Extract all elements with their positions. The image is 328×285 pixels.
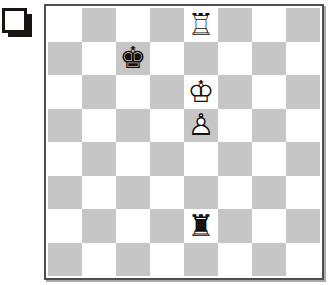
square-g3[interactable] (252, 176, 286, 210)
square-f6[interactable] (218, 75, 252, 109)
icon-white-square (2, 8, 27, 33)
square-h5[interactable] (286, 109, 320, 143)
square-a6[interactable] (48, 75, 82, 109)
square-h6[interactable] (286, 75, 320, 109)
square-d1[interactable] (150, 243, 184, 277)
square-e4[interactable] (184, 142, 218, 176)
square-b4[interactable] (82, 142, 116, 176)
square-a7[interactable] (48, 42, 82, 76)
chess-board-grid[interactable]: ♜♖♚♚♔♟♙♜ (48, 8, 320, 276)
square-e1[interactable] (184, 243, 218, 277)
white-rook-outline: ♖ (184, 8, 218, 42)
square-f3[interactable] (218, 176, 252, 210)
square-h7[interactable] (286, 42, 320, 76)
white-king-outline: ♔ (184, 75, 218, 109)
square-c3[interactable] (116, 176, 150, 210)
square-c5[interactable] (116, 109, 150, 143)
square-b7[interactable] (82, 42, 116, 76)
square-h2[interactable] (286, 209, 320, 243)
square-e6[interactable]: ♚♔ (184, 75, 218, 109)
white-king[interactable]: ♚♔ (184, 75, 218, 109)
square-c8[interactable] (116, 8, 150, 42)
square-d5[interactable] (150, 109, 184, 143)
square-a5[interactable] (48, 109, 82, 143)
square-h4[interactable] (286, 142, 320, 176)
square-f2[interactable] (218, 209, 252, 243)
square-c4[interactable] (116, 142, 150, 176)
square-g7[interactable] (252, 42, 286, 76)
square-d6[interactable] (150, 75, 184, 109)
square-e7[interactable] (184, 42, 218, 76)
black-king[interactable]: ♚ (116, 42, 150, 76)
white-pawn[interactable]: ♟♙ (184, 109, 218, 143)
square-b1[interactable] (82, 243, 116, 277)
square-d8[interactable] (150, 8, 184, 42)
square-b3[interactable] (82, 176, 116, 210)
chess-board[interactable]: ♜♖♚♚♔♟♙♜ (44, 4, 324, 280)
square-a1[interactable] (48, 243, 82, 277)
black-king-glyph: ♚ (116, 42, 150, 76)
square-f8[interactable] (218, 8, 252, 42)
square-e5[interactable]: ♟♙ (184, 109, 218, 143)
square-b8[interactable] (82, 8, 116, 42)
square-g4[interactable] (252, 142, 286, 176)
square-a2[interactable] (48, 209, 82, 243)
white-to-move-icon (2, 8, 33, 38)
white-rook[interactable]: ♜♖ (184, 8, 218, 42)
square-d3[interactable] (150, 176, 184, 210)
square-a4[interactable] (48, 142, 82, 176)
black-rook-glyph: ♜ (184, 209, 218, 243)
square-c2[interactable] (116, 209, 150, 243)
white-pawn-outline: ♙ (184, 109, 218, 143)
square-g8[interactable] (252, 8, 286, 42)
square-f7[interactable] (218, 42, 252, 76)
square-d2[interactable] (150, 209, 184, 243)
square-h1[interactable] (286, 243, 320, 277)
square-b6[interactable] (82, 75, 116, 109)
square-c1[interactable] (116, 243, 150, 277)
square-d7[interactable] (150, 42, 184, 76)
square-f1[interactable] (218, 243, 252, 277)
square-b2[interactable] (82, 209, 116, 243)
square-d4[interactable] (150, 142, 184, 176)
square-h8[interactable] (286, 8, 320, 42)
square-f4[interactable] (218, 142, 252, 176)
square-e8[interactable]: ♜♖ (184, 8, 218, 42)
square-g6[interactable] (252, 75, 286, 109)
black-rook[interactable]: ♜ (184, 209, 218, 243)
square-e2[interactable]: ♜ (184, 209, 218, 243)
square-g5[interactable] (252, 109, 286, 143)
square-a3[interactable] (48, 176, 82, 210)
square-f5[interactable] (218, 109, 252, 143)
square-c7[interactable]: ♚ (116, 42, 150, 76)
square-g2[interactable] (252, 209, 286, 243)
square-a8[interactable] (48, 8, 82, 42)
square-c6[interactable] (116, 75, 150, 109)
square-h3[interactable] (286, 176, 320, 210)
square-b5[interactable] (82, 109, 116, 143)
square-e3[interactable] (184, 176, 218, 210)
chess-diagram: ♜♖♚♚♔♟♙♜ (0, 0, 328, 285)
square-g1[interactable] (252, 243, 286, 277)
